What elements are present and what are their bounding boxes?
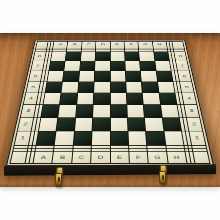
brass-clasp-left xyxy=(55,167,64,188)
brass-clasp-right xyxy=(159,165,168,186)
file-label-top-f: F xyxy=(124,42,138,48)
square-e3 xyxy=(110,105,126,117)
square-a8 xyxy=(51,52,66,61)
border-strip xyxy=(185,146,188,148)
corner-cell xyxy=(193,152,209,163)
rank-label-right-1: 1 xyxy=(189,131,205,145)
border-strip xyxy=(147,146,165,148)
file-label-top-g: G xyxy=(138,42,152,48)
square-a2 xyxy=(39,118,58,131)
chess-board: ABCDEFGH8877665544332211ABCDEFGH xyxy=(6,40,214,166)
square-a5 xyxy=(46,82,63,93)
square-b5 xyxy=(62,82,78,93)
square-f7 xyxy=(125,61,140,71)
square-a1 xyxy=(37,131,56,145)
square-h8 xyxy=(154,52,169,61)
square-g2 xyxy=(145,118,163,131)
square-c7 xyxy=(80,61,95,71)
border-strip xyxy=(92,146,110,148)
file-label-bottom-e: E xyxy=(110,152,128,163)
rank-label-right-7: 7 xyxy=(176,61,189,71)
clasp-slot xyxy=(162,175,164,180)
square-b2 xyxy=(57,118,75,131)
square-g5 xyxy=(142,82,158,93)
square-h6 xyxy=(156,71,172,81)
border-strip xyxy=(14,146,28,148)
square-h3 xyxy=(161,105,179,117)
border-strip xyxy=(129,146,147,148)
file-label-bottom-h: H xyxy=(167,152,187,163)
square-f3 xyxy=(127,105,144,117)
square-f1 xyxy=(128,131,146,145)
file-label-top-c: C xyxy=(82,42,96,48)
photo-scene: ABCDEFGH8877665544332211ABCDEFGH xyxy=(0,0,220,220)
square-c8 xyxy=(81,52,95,61)
square-g4 xyxy=(143,93,160,104)
corner-cell xyxy=(172,42,184,48)
square-e6 xyxy=(110,71,125,81)
square-h2 xyxy=(162,118,181,131)
border-strip xyxy=(189,149,192,151)
rank-label-right-8: 8 xyxy=(174,52,186,61)
square-b3 xyxy=(59,105,76,117)
square-a7 xyxy=(49,61,65,71)
square-h7 xyxy=(155,61,171,71)
square-a3 xyxy=(41,105,59,117)
border-strip xyxy=(110,146,128,148)
square-f4 xyxy=(127,93,143,104)
rank-label-right-2: 2 xyxy=(187,118,202,131)
square-e7 xyxy=(110,61,125,71)
square-d1 xyxy=(92,131,110,145)
square-g6 xyxy=(141,71,157,81)
border-strip xyxy=(166,149,184,151)
border-strip xyxy=(188,146,191,148)
file-label-bottom-g: G xyxy=(148,152,167,163)
border-strip xyxy=(192,146,206,148)
square-d4 xyxy=(94,93,110,104)
square-e2 xyxy=(110,118,127,131)
file-label-bottom-f: F xyxy=(129,152,148,163)
square-h5 xyxy=(158,82,175,93)
border-strip xyxy=(129,149,147,151)
square-d3 xyxy=(93,105,109,117)
file-label-top-b: B xyxy=(67,42,81,48)
file-label-bottom-a: A xyxy=(33,152,53,163)
border-strip xyxy=(92,149,110,151)
file-label-bottom-c: C xyxy=(72,152,91,163)
square-e1 xyxy=(110,131,128,145)
square-e4 xyxy=(110,93,126,104)
border-strip xyxy=(55,146,73,148)
square-e8 xyxy=(110,52,124,61)
square-c5 xyxy=(78,82,94,93)
square-g8 xyxy=(139,52,154,61)
square-a4 xyxy=(44,93,61,104)
square-c3 xyxy=(76,105,93,117)
corner-cell xyxy=(11,152,27,163)
clasp-slot xyxy=(58,177,60,182)
border-strip xyxy=(54,149,72,151)
square-b4 xyxy=(60,93,77,104)
square-g1 xyxy=(146,131,165,145)
file-label-top-h: H xyxy=(152,42,166,48)
square-f8 xyxy=(125,52,139,61)
square-g3 xyxy=(144,105,161,117)
border-strip xyxy=(36,149,54,151)
file-label-top-e: E xyxy=(110,42,124,48)
file-label-top-a: A xyxy=(53,42,67,48)
square-d5 xyxy=(94,82,109,93)
square-h4 xyxy=(159,93,176,104)
rank-label-right-5: 5 xyxy=(180,82,194,93)
square-d6 xyxy=(95,71,110,81)
corner-cell xyxy=(36,42,48,48)
square-b7 xyxy=(65,61,80,71)
rank-label-right-4: 4 xyxy=(182,93,196,104)
border-strip xyxy=(13,149,27,151)
square-b1 xyxy=(55,131,74,145)
square-c2 xyxy=(75,118,93,131)
file-label-bottom-d: D xyxy=(91,152,109,163)
border-strip xyxy=(110,149,128,151)
border-strip xyxy=(36,146,54,148)
square-f6 xyxy=(126,71,141,81)
board-face: ABCDEFGH8877665544332211ABCDEFGH xyxy=(9,41,210,164)
square-g7 xyxy=(140,61,155,71)
square-c4 xyxy=(77,93,93,104)
rank-label-right-3: 3 xyxy=(184,105,199,117)
square-b8 xyxy=(66,52,81,61)
square-d8 xyxy=(96,52,110,61)
square-d2 xyxy=(93,118,110,131)
file-label-bottom-b: B xyxy=(53,152,72,163)
square-e5 xyxy=(110,82,125,93)
square-d7 xyxy=(95,61,110,71)
square-f2 xyxy=(128,118,146,131)
square-b6 xyxy=(63,71,79,81)
border-strip xyxy=(148,149,166,151)
square-h1 xyxy=(164,131,183,145)
square-a6 xyxy=(47,71,63,81)
rank-label-right-6: 6 xyxy=(178,71,191,81)
file-label-top-d: D xyxy=(96,42,110,48)
border-strip xyxy=(73,149,91,151)
square-c6 xyxy=(79,71,94,81)
board-front-edge xyxy=(4,164,216,175)
square-f5 xyxy=(126,82,142,93)
border-strip xyxy=(193,149,207,151)
square-c1 xyxy=(74,131,92,145)
border-strip xyxy=(166,146,184,148)
border-strip xyxy=(185,149,188,151)
border-strip xyxy=(73,146,91,148)
